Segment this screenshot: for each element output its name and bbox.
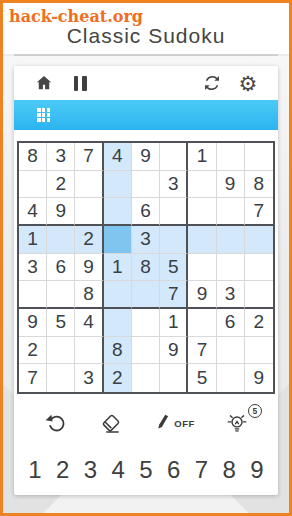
cell-r9c7[interactable]: 5 — [188, 364, 216, 392]
cell-r6c1[interactable] — [19, 281, 47, 309]
cell-r8c9[interactable] — [245, 337, 273, 365]
cell-r8c8[interactable] — [217, 337, 245, 365]
cell-r4c5[interactable]: 3 — [132, 226, 160, 254]
game-toolbar: ⚙ — [14, 66, 278, 100]
cell-r6c2[interactable] — [47, 281, 75, 309]
pencil-state-label: OFF — [174, 418, 195, 429]
cell-r5c4[interactable]: 1 — [104, 254, 132, 282]
cell-r4c6[interactable] — [160, 226, 188, 254]
cell-r7c9[interactable]: 2 — [245, 309, 273, 337]
numpad-8[interactable]: 8 — [221, 456, 237, 484]
cell-r9c6[interactable] — [160, 364, 188, 392]
cell-r4c7[interactable] — [188, 226, 216, 254]
cell-r6c7[interactable]: 9 — [188, 281, 216, 309]
cell-r2c1[interactable] — [19, 171, 47, 199]
cell-r6c4[interactable] — [104, 281, 132, 309]
home-button[interactable] — [32, 71, 56, 95]
cell-r9c9[interactable]: 9 — [245, 364, 273, 392]
cell-r5c1[interactable]: 3 — [19, 254, 47, 282]
cell-r7c2[interactable]: 5 — [47, 309, 75, 337]
cell-r7c1[interactable]: 9 — [19, 309, 47, 337]
app-header: hack-cheat.org Classic Sudoku — [3, 3, 289, 54]
cell-r4c8[interactable] — [217, 226, 245, 254]
cell-r6c5[interactable] — [132, 281, 160, 309]
pause-button[interactable] — [68, 71, 92, 95]
cell-r2c5[interactable] — [132, 171, 160, 199]
cell-r7c6[interactable]: 1 — [160, 309, 188, 337]
cell-r2c9[interactable]: 8 — [245, 171, 273, 199]
pencil-toggle[interactable]: OFF — [152, 411, 195, 435]
cell-r1c3[interactable]: 7 — [75, 143, 103, 171]
cell-r1c5[interactable]: 9 — [132, 143, 160, 171]
cell-r7c4[interactable] — [104, 309, 132, 337]
cell-r5c5[interactable]: 8 — [132, 254, 160, 282]
board-selector-bar[interactable] — [14, 100, 278, 130]
cell-r2c7[interactable] — [188, 171, 216, 199]
cell-r4c4[interactable] — [104, 226, 132, 254]
cell-r5c3[interactable]: 9 — [75, 254, 103, 282]
cell-r5c2[interactable]: 6 — [47, 254, 75, 282]
cell-r7c5[interactable] — [132, 309, 160, 337]
cell-r2c3[interactable] — [75, 171, 103, 199]
app-screen: hack-cheat.org Classic Sudoku — [0, 0, 292, 516]
numpad-9[interactable]: 9 — [249, 456, 265, 484]
hint-count-badge: 5 — [248, 404, 262, 418]
cell-r1c6[interactable] — [160, 143, 188, 171]
cell-r9c4[interactable]: 2 — [104, 364, 132, 392]
page-title: Classic Sudoku — [3, 24, 289, 48]
cell-r3c4[interactable] — [104, 198, 132, 226]
cell-r4c3[interactable]: 2 — [75, 226, 103, 254]
numpad-7[interactable]: 7 — [194, 456, 210, 484]
cell-r2c8[interactable]: 9 — [217, 171, 245, 199]
cell-r3c2[interactable]: 9 — [47, 198, 75, 226]
numpad-1[interactable]: 1 — [27, 456, 43, 484]
cell-r8c1[interactable]: 2 — [19, 337, 47, 365]
cell-r8c7[interactable]: 7 — [188, 337, 216, 365]
light-bulb-icon — [224, 410, 250, 436]
cell-r8c2[interactable] — [47, 337, 75, 365]
number-pad: 123456789 — [14, 454, 278, 486]
cell-r1c1[interactable]: 8 — [19, 143, 47, 171]
cell-r5c6[interactable]: 5 — [160, 254, 188, 282]
pencil-icon — [152, 411, 172, 435]
game-card: ⚙ 83749123984967123369185879395416228977… — [14, 66, 278, 495]
tool-row: OFF 5 — [14, 400, 278, 446]
cell-r9c2[interactable] — [47, 364, 75, 392]
cell-r1c2[interactable]: 3 — [47, 143, 75, 171]
cell-r6c9[interactable] — [245, 281, 273, 309]
undo-icon — [42, 410, 68, 436]
numpad-6[interactable]: 6 — [166, 456, 182, 484]
hint-button[interactable]: 5 — [224, 410, 250, 436]
cell-r8c4[interactable]: 8 — [104, 337, 132, 365]
cell-r4c9[interactable] — [245, 226, 273, 254]
refresh-icon — [202, 73, 222, 93]
sudoku-grid: 8374912398496712336918587939541622897732… — [17, 141, 275, 394]
cell-r9c3[interactable]: 3 — [75, 364, 103, 392]
cell-r2c4[interactable] — [104, 171, 132, 199]
cell-r5c7[interactable] — [188, 254, 216, 282]
cell-r3c5[interactable]: 6 — [132, 198, 160, 226]
settings-button[interactable]: ⚙ — [236, 71, 260, 95]
cell-r3c8[interactable] — [217, 198, 245, 226]
cell-r7c7[interactable] — [188, 309, 216, 337]
cell-r3c6[interactable] — [160, 198, 188, 226]
pause-icon — [74, 76, 87, 91]
home-icon — [34, 73, 54, 93]
cell-r9c5[interactable] — [132, 364, 160, 392]
gear-icon: ⚙ — [239, 73, 258, 94]
numpad-2[interactable]: 2 — [55, 456, 71, 484]
cell-r3c9[interactable]: 7 — [245, 198, 273, 226]
cell-r1c9[interactable] — [245, 143, 273, 171]
cell-r8c5[interactable] — [132, 337, 160, 365]
cell-r1c4[interactable]: 4 — [104, 143, 132, 171]
cell-r8c3[interactable] — [75, 337, 103, 365]
cell-r5c8[interactable] — [217, 254, 245, 282]
cell-r9c8[interactable] — [217, 364, 245, 392]
undo-button[interactable] — [42, 410, 68, 436]
cell-r3c7[interactable] — [188, 198, 216, 226]
cell-r2c2[interactable]: 2 — [47, 171, 75, 199]
eraser-icon — [97, 410, 123, 436]
grid-icon — [37, 108, 50, 121]
cell-r8c6[interactable]: 9 — [160, 337, 188, 365]
cell-r9c1[interactable]: 7 — [19, 364, 47, 392]
numpad-5[interactable]: 5 — [138, 456, 154, 484]
cell-r6c3[interactable]: 8 — [75, 281, 103, 309]
cell-r3c1[interactable]: 4 — [19, 198, 47, 226]
cell-r6c8[interactable]: 3 — [217, 281, 245, 309]
cell-r7c8[interactable]: 6 — [217, 309, 245, 337]
cell-r1c7[interactable]: 1 — [188, 143, 216, 171]
numpad-3[interactable]: 3 — [83, 456, 99, 484]
cell-r4c1[interactable]: 1 — [19, 226, 47, 254]
cell-r6c6[interactable]: 7 — [160, 281, 188, 309]
cell-r1c8[interactable] — [217, 143, 245, 171]
cell-r5c9[interactable] — [245, 254, 273, 282]
eraser-button[interactable] — [97, 410, 123, 436]
cell-r3c3[interactable] — [75, 198, 103, 226]
cell-r2c6[interactable]: 3 — [160, 171, 188, 199]
cell-r7c3[interactable]: 4 — [75, 309, 103, 337]
refresh-button[interactable] — [200, 71, 224, 95]
cell-r4c2[interactable] — [47, 226, 75, 254]
numpad-4[interactable]: 4 — [110, 456, 126, 484]
